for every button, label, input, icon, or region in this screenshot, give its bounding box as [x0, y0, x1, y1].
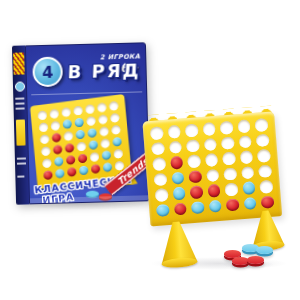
empty-hole	[73, 106, 83, 116]
empty-hole	[49, 109, 59, 119]
empty-hole	[203, 138, 216, 151]
spine-text-bar	[17, 162, 26, 164]
empty-hole	[220, 121, 233, 134]
empty-hole	[152, 157, 165, 170]
red-disc	[52, 133, 62, 143]
red-disc	[170, 156, 183, 169]
empty-hole	[39, 122, 49, 132]
blue-loose-disc	[256, 246, 273, 254]
red-loose-disc	[247, 256, 264, 264]
main-board	[142, 111, 281, 226]
empty-hole	[50, 121, 60, 131]
blue-disc	[62, 119, 72, 129]
red-disc	[207, 184, 220, 197]
empty-hole	[61, 107, 71, 117]
left-leg	[158, 220, 197, 269]
spine-text-bar	[17, 157, 26, 159]
empty-hole	[187, 154, 200, 167]
empty-hole	[110, 113, 120, 123]
red-disc	[190, 185, 203, 198]
empty-hole	[77, 141, 87, 151]
red-disc	[43, 170, 53, 180]
empty-hole	[256, 133, 269, 146]
empty-hole	[224, 183, 237, 196]
red-disc	[173, 202, 186, 215]
empty-hole	[42, 158, 52, 168]
empty-hole	[221, 136, 234, 149]
empty-hole	[37, 110, 47, 120]
blue-disc	[79, 165, 89, 175]
blue-disc	[55, 168, 65, 178]
box-front: 2 ИГРОКА 6+ 4 В РЯД КЛАССИЧЕСКАЯ ИГРА Tr…	[25, 42, 150, 204]
blue-disc	[103, 162, 113, 172]
empty-hole	[237, 119, 250, 132]
empty-hole	[90, 152, 100, 162]
empty-hole	[168, 140, 181, 153]
empty-hole	[100, 138, 110, 148]
empty-hole	[185, 123, 198, 136]
blue-disc	[102, 150, 112, 160]
spine-text-bar	[15, 102, 24, 104]
empty-hole	[85, 104, 95, 114]
empty-hole	[111, 125, 121, 135]
spine-mini-badge	[15, 81, 25, 91]
spine-mini-board	[16, 119, 26, 145]
title-divider	[31, 91, 142, 95]
empty-hole	[258, 164, 271, 177]
brand-stripes-logo	[13, 52, 25, 74]
product-photo: 2 ИГРОКА 6+ 4 В РЯД КЛАССИЧЕСКАЯ ИГРА Tr…	[0, 0, 300, 300]
blue-disc	[243, 197, 256, 210]
empty-hole	[64, 131, 74, 141]
blue-disc	[112, 137, 122, 147]
empty-hole	[41, 146, 51, 156]
empty-hole	[257, 149, 270, 162]
red-disc	[67, 167, 77, 177]
blue-disc	[156, 203, 169, 216]
empty-hole	[202, 122, 215, 135]
empty-hole	[99, 126, 109, 136]
red-disc	[66, 155, 76, 165]
number-4-badge: 4	[32, 56, 63, 87]
blue-disc	[242, 181, 255, 194]
empty-hole	[155, 188, 168, 201]
red-disc	[91, 164, 101, 174]
empty-hole	[223, 167, 236, 180]
blue-disc	[172, 187, 185, 200]
spine-text-bar	[15, 97, 24, 99]
red-disc	[53, 145, 63, 155]
blue-disc	[208, 199, 221, 212]
empty-hole	[153, 173, 166, 186]
empty-hole	[113, 149, 123, 159]
blue-disc	[54, 157, 64, 167]
empty-hole	[241, 166, 254, 179]
empty-hole	[206, 168, 219, 181]
loose-discs-pile	[220, 240, 282, 270]
red-disc	[65, 143, 75, 153]
empty-hole	[109, 101, 119, 111]
blue-disc	[191, 201, 204, 214]
empty-hole	[40, 134, 50, 144]
blue-disc	[74, 118, 84, 128]
empty-hole	[259, 180, 272, 193]
empty-hole	[238, 135, 251, 148]
empty-hole	[186, 139, 199, 152]
empty-hole	[97, 102, 107, 112]
red-disc	[226, 198, 239, 211]
empty-hole	[205, 153, 218, 166]
red-disc	[78, 153, 88, 163]
empty-hole	[151, 142, 164, 155]
empty-hole	[150, 126, 163, 139]
empty-hole	[98, 114, 108, 124]
empty-hole	[222, 152, 235, 165]
blue-disc	[171, 171, 184, 184]
blue-disc	[75, 129, 85, 139]
empty-hole	[239, 150, 252, 163]
empty-hole	[86, 116, 96, 126]
box-title-row: 4 В РЯД	[32, 54, 141, 87]
blue-disc	[87, 128, 97, 138]
red-disc	[188, 170, 201, 183]
spine-text-bar	[17, 176, 24, 178]
spine-text-bar	[16, 107, 25, 109]
game-box: 2 ИГРОКА 6+ 4 В РЯД КЛАССИЧЕСКАЯ ИГРА Tr…	[12, 42, 150, 204]
empty-hole	[167, 125, 180, 138]
empty-hole	[255, 118, 268, 131]
blue-disc	[88, 140, 98, 150]
red-disc	[261, 195, 274, 208]
box-title: В РЯД	[67, 59, 141, 82]
